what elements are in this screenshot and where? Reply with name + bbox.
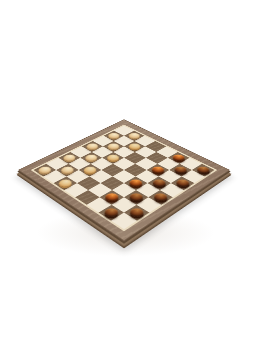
product-photo [0, 0, 255, 340]
